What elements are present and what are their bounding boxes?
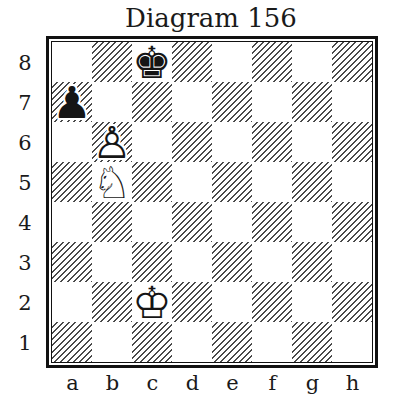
square-c5 xyxy=(132,162,172,202)
black-king-piece: ♚♚ xyxy=(132,42,172,82)
square-e3 xyxy=(212,242,252,282)
rank-label-1: 1 xyxy=(12,323,38,363)
square-g2 xyxy=(292,282,332,322)
square-b4 xyxy=(92,202,132,242)
square-a3 xyxy=(52,242,92,282)
square-c3 xyxy=(132,242,172,282)
rank-label-6: 6 xyxy=(12,123,38,163)
black-pawn-piece: ♟♟ xyxy=(52,82,92,122)
square-g4 xyxy=(292,202,332,242)
square-c4 xyxy=(132,202,172,242)
white-pawn-piece: ♟♙ xyxy=(92,122,132,162)
file-label-d: d xyxy=(173,369,213,397)
square-f1 xyxy=(252,322,292,362)
square-f4 xyxy=(252,202,292,242)
square-a4 xyxy=(52,202,92,242)
white-king-piece: ♚♔ xyxy=(132,282,172,322)
rank-label-3: 3 xyxy=(12,243,38,283)
square-a2 xyxy=(52,282,92,322)
rank-labels: 87654321 xyxy=(12,43,38,363)
square-d3 xyxy=(172,242,212,282)
square-g5 xyxy=(292,162,332,202)
square-b5: ♞♘ xyxy=(92,162,132,202)
square-d8 xyxy=(172,42,212,82)
file-label-b: b xyxy=(93,369,133,397)
square-b1 xyxy=(92,322,132,362)
square-d1 xyxy=(172,322,212,362)
square-h1 xyxy=(332,322,372,362)
square-b7 xyxy=(92,82,132,122)
square-f7 xyxy=(252,82,292,122)
square-c6 xyxy=(132,122,172,162)
square-c1 xyxy=(132,322,172,362)
square-e1 xyxy=(212,322,252,362)
square-e4 xyxy=(212,202,252,242)
square-f8 xyxy=(252,42,292,82)
file-label-a: a xyxy=(53,369,93,397)
square-a7: ♟♟ xyxy=(52,82,92,122)
rank-label-7: 7 xyxy=(12,83,38,123)
square-e7 xyxy=(212,82,252,122)
square-h2 xyxy=(332,282,372,322)
square-g7 xyxy=(292,82,332,122)
square-a6 xyxy=(52,122,92,162)
file-label-e: e xyxy=(213,369,253,397)
square-d4 xyxy=(172,202,212,242)
square-a5 xyxy=(52,162,92,202)
square-h3 xyxy=(332,242,372,282)
chess-board: ♚♚♟♟♟♙♞♘♚♔ xyxy=(51,41,373,363)
square-c8: ♚♚ xyxy=(132,42,172,82)
file-label-h: h xyxy=(333,369,373,397)
square-b8 xyxy=(92,42,132,82)
white-knight-piece: ♞♘ xyxy=(92,162,132,202)
square-d6 xyxy=(172,122,212,162)
square-b2 xyxy=(92,282,132,322)
rank-label-5: 5 xyxy=(12,163,38,203)
square-a8 xyxy=(52,42,92,82)
square-e6 xyxy=(212,122,252,162)
square-f5 xyxy=(252,162,292,202)
rank-label-2: 2 xyxy=(12,283,38,323)
square-c7 xyxy=(132,82,172,122)
diagram-title: Diagram 156 xyxy=(46,3,376,33)
square-f3 xyxy=(252,242,292,282)
chess-board-frame: ♚♚♟♟♟♙♞♘♚♔ xyxy=(46,36,378,368)
square-e2 xyxy=(212,282,252,322)
square-h6 xyxy=(332,122,372,162)
square-d2 xyxy=(172,282,212,322)
square-h8 xyxy=(332,42,372,82)
square-a1 xyxy=(52,322,92,362)
square-e8 xyxy=(212,42,252,82)
square-g8 xyxy=(292,42,332,82)
square-h5 xyxy=(332,162,372,202)
square-b3 xyxy=(92,242,132,282)
square-g6 xyxy=(292,122,332,162)
file-label-c: c xyxy=(133,369,173,397)
square-h4 xyxy=(332,202,372,242)
square-g1 xyxy=(292,322,332,362)
file-label-g: g xyxy=(293,369,333,397)
rank-label-4: 4 xyxy=(12,203,38,243)
square-d5 xyxy=(172,162,212,202)
square-b6: ♟♙ xyxy=(92,122,132,162)
square-d7 xyxy=(172,82,212,122)
square-h7 xyxy=(332,82,372,122)
square-f2 xyxy=(252,282,292,322)
square-e5 xyxy=(212,162,252,202)
rank-label-8: 8 xyxy=(12,43,38,83)
file-label-f: f xyxy=(253,369,293,397)
file-labels: abcdefgh xyxy=(53,369,373,397)
square-g3 xyxy=(292,242,332,282)
square-c2: ♚♔ xyxy=(132,282,172,322)
square-f6 xyxy=(252,122,292,162)
